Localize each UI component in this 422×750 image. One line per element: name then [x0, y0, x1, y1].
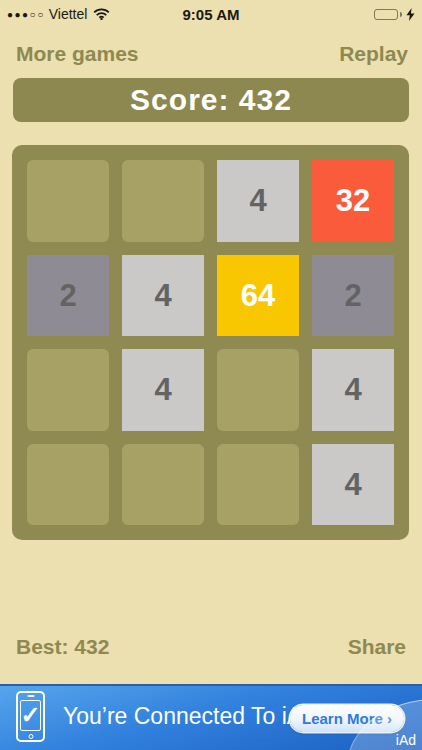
iad-brand-label: iAd: [396, 732, 416, 748]
tile-4: 4: [312, 349, 394, 431]
battery-icon: [374, 9, 398, 20]
cell-empty: [27, 160, 109, 242]
tile-4: 4: [122, 349, 204, 431]
share-button[interactable]: Share: [348, 635, 406, 659]
app-screen: ●●●○○ Viettel 9:05 AM More games Replay …: [0, 0, 422, 750]
cell-empty: [27, 349, 109, 431]
cell-empty: [27, 444, 109, 526]
replay-button[interactable]: Replay: [339, 42, 408, 66]
tile-32: 32: [312, 160, 394, 242]
board[interactable]: 43224642444: [12, 145, 409, 540]
carrier-label: Viettel: [49, 6, 88, 22]
phone-check-icon: ✓: [16, 691, 45, 742]
ad-message: You’re Connected To iAd: [63, 703, 315, 730]
tile-2: 2: [312, 255, 394, 337]
signal-strength-icon: ●●●○○: [7, 9, 45, 20]
score-display: Score: 432: [13, 78, 409, 122]
footer-row: Best: 432 Share: [16, 635, 406, 659]
charging-bolt-icon: [406, 8, 415, 21]
tile-4: 4: [312, 444, 394, 526]
cell-empty: [217, 349, 299, 431]
phone-home-button: [28, 734, 33, 739]
checkmark-icon: ✓: [20, 701, 40, 729]
more-games-button[interactable]: More games: [16, 42, 139, 66]
cell-empty: [122, 444, 204, 526]
tile-4: 4: [217, 160, 299, 242]
tile-64: 64: [217, 255, 299, 337]
phone-speaker: [27, 695, 34, 697]
tile-4: 4: [122, 255, 204, 337]
iad-banner[interactable]: ✓ You’re Connected To iAd Learn More › i…: [0, 684, 422, 750]
battery-group: [374, 8, 415, 21]
cell-empty: [122, 160, 204, 242]
battery-nub: [400, 12, 402, 17]
wifi-icon: [93, 8, 110, 20]
best-score-label: Best: 432: [16, 635, 109, 659]
cell-empty: [217, 444, 299, 526]
tile-2: 2: [27, 255, 109, 337]
nav-row: More games Replay: [16, 42, 408, 66]
status-bar: ●●●○○ Viettel 9:05 AM: [0, 0, 422, 28]
